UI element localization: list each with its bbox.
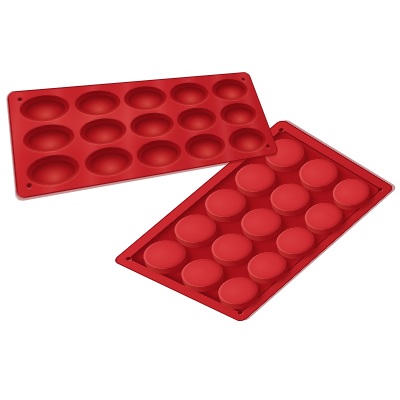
mold-cavity [128, 110, 176, 140]
mold-cavity [182, 131, 229, 162]
mold-cavity [167, 81, 212, 107]
mold-cavity [73, 89, 123, 118]
mold-cavity [18, 93, 71, 124]
mold-cavity [25, 152, 82, 189]
corner-hole [266, 144, 271, 148]
mold-cavity [209, 78, 251, 103]
mold-cavity [134, 137, 184, 170]
mold-cavity [174, 105, 220, 133]
mold-cavity [122, 85, 169, 112]
mold-cavity [21, 122, 76, 156]
corner-hole [237, 310, 243, 314]
mold-cavity [77, 116, 128, 148]
mold-cavity [82, 144, 135, 179]
product-photo [0, 0, 400, 400]
mold-cavity [217, 101, 260, 128]
mold-cavity [225, 125, 269, 154]
corner-hole [241, 78, 245, 81]
